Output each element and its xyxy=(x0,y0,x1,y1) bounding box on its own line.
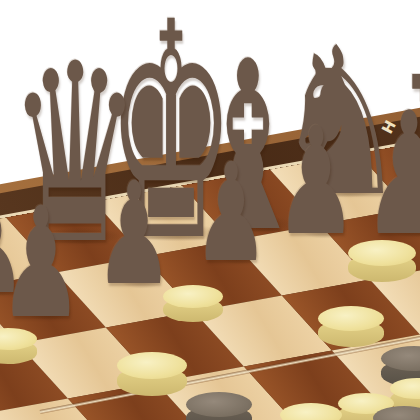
checker-top xyxy=(348,240,416,266)
checker-top xyxy=(117,352,187,379)
checker-cream-c5 xyxy=(163,285,223,322)
checker-top xyxy=(318,306,384,331)
checker-top xyxy=(373,406,420,420)
checker-cream-f6 xyxy=(348,240,416,282)
chess-piece-pawn-c7: ♟ xyxy=(0,187,83,340)
checker-cream-e4 xyxy=(318,306,384,347)
checker-top xyxy=(163,285,223,308)
checker-cream-a4 xyxy=(0,328,37,364)
checker-top xyxy=(280,403,342,420)
chess-piece-pawn-d7: ♟ xyxy=(95,164,174,306)
checker-dark-d1 xyxy=(186,392,252,420)
checker-cream-b4 xyxy=(117,352,187,396)
chess-piece-pawn-g7: ♟ xyxy=(362,90,420,259)
chess-piece-pawn-f7: ♟ xyxy=(275,108,358,257)
checker-cream-e1 xyxy=(280,403,342,420)
product-photo-stage: H ♛♚♝♞♜♟♟♟♟♟♟ xyxy=(0,0,420,420)
checker-dark-g1 xyxy=(373,406,420,420)
checker-top xyxy=(186,392,252,417)
chess-piece-pawn-e7: ♟ xyxy=(193,145,269,281)
